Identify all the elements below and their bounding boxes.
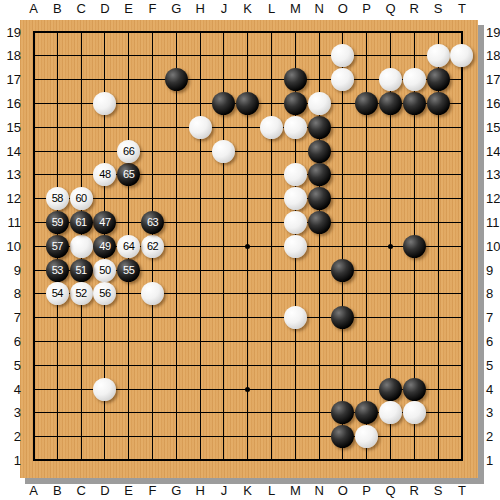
stone-M11-white[interactable] [284, 211, 307, 234]
stone-N14-black[interactable] [308, 140, 331, 163]
stone-move-number: 62 [147, 241, 158, 252]
col-label-top: C [71, 1, 91, 16]
col-label-bottom: E [119, 483, 139, 498]
stone-move-number: 48 [99, 169, 110, 180]
col-label-bottom: D [95, 483, 115, 498]
stone-D9-white[interactable]: 50 [93, 259, 116, 282]
stone-H15-white[interactable] [189, 116, 212, 139]
stone-move-number: 64 [123, 241, 134, 252]
stone-M7-white[interactable] [284, 306, 307, 329]
col-label-bottom: B [47, 483, 67, 498]
row-label-right: 15 [486, 120, 500, 135]
stone-R3-white[interactable] [403, 401, 426, 424]
col-label-top: E [119, 1, 139, 16]
stone-R4-black[interactable] [403, 378, 426, 401]
stone-N11-black[interactable] [308, 211, 331, 234]
row-label-right: 11 [486, 215, 500, 230]
col-label-bottom: L [262, 483, 282, 498]
row-label-left: 15 [0, 120, 21, 135]
stone-C12-white[interactable]: 60 [70, 187, 93, 210]
stone-move-number: 59 [52, 217, 63, 228]
row-label-right: 17 [486, 72, 500, 87]
stone-T18-white[interactable] [450, 44, 473, 67]
stone-M16-black[interactable] [284, 92, 307, 115]
star-point [388, 244, 393, 249]
row-label-right: 19 [486, 25, 500, 40]
stone-D10-black[interactable]: 49 [93, 235, 116, 258]
stone-move-number: 66 [123, 146, 134, 157]
row-label-left: 14 [0, 144, 21, 159]
stone-M13-white[interactable] [284, 163, 307, 186]
row-label-right: 16 [486, 96, 500, 111]
stone-M15-white[interactable] [284, 116, 307, 139]
stone-B12-white[interactable]: 58 [46, 187, 69, 210]
stone-B8-white[interactable]: 54 [46, 282, 69, 305]
stone-K16-black[interactable] [236, 92, 259, 115]
stone-M17-black[interactable] [284, 68, 307, 91]
stone-C8-white[interactable]: 52 [70, 282, 93, 305]
col-label-bottom: K [238, 483, 258, 498]
go-board: AABBCCDDEEFFGGHHJJKKLLMMNNOOPPQQRRSSTT19… [0, 0, 500, 500]
col-label-bottom: J [214, 483, 234, 498]
stone-move-number: 54 [52, 288, 63, 299]
stone-C11-black[interactable]: 61 [70, 211, 93, 234]
row-label-right: 7 [486, 310, 500, 325]
col-label-bottom: R [404, 483, 424, 498]
stone-move-number: 57 [52, 241, 63, 252]
stone-Q16-black[interactable] [379, 92, 402, 115]
row-label-left: 13 [0, 167, 21, 182]
stone-move-number: 63 [147, 217, 158, 228]
row-label-right: 5 [486, 358, 500, 373]
row-label-right: 12 [486, 191, 500, 206]
col-label-bottom: C [71, 483, 91, 498]
row-label-right: 4 [486, 382, 500, 397]
row-label-left: 2 [0, 429, 21, 444]
stone-F11-black[interactable]: 63 [141, 211, 164, 234]
col-label-top: L [262, 1, 282, 16]
row-label-left: 18 [0, 48, 21, 63]
stone-move-number: 52 [75, 288, 86, 299]
col-label-top: M [285, 1, 305, 16]
stone-move-number: 61 [75, 217, 86, 228]
col-label-bottom: Q [381, 483, 401, 498]
stone-move-number: 51 [75, 265, 86, 276]
row-label-left: 19 [0, 25, 21, 40]
stone-S16-black[interactable] [427, 92, 450, 115]
row-label-left: 7 [0, 310, 21, 325]
col-label-top: K [238, 1, 258, 16]
col-label-bottom: A [24, 483, 44, 498]
stone-M12-white[interactable] [284, 187, 307, 210]
col-label-bottom: T [452, 483, 472, 498]
stone-M10-white[interactable] [284, 235, 307, 258]
stone-B9-black[interactable]: 53 [46, 259, 69, 282]
board-layer: AABBCCDDEEFFGGHHJJKKLLMMNNOOPPQQRRSSTT19… [0, 0, 500, 500]
stone-N16-white[interactable] [308, 92, 331, 115]
row-label-left: 16 [0, 96, 21, 111]
row-label-right: 13 [486, 167, 500, 182]
stone-move-number: 47 [99, 217, 110, 228]
stone-N13-black[interactable] [308, 163, 331, 186]
stone-move-number: 53 [52, 265, 63, 276]
row-label-left: 5 [0, 358, 21, 373]
stone-E10-white[interactable]: 64 [117, 235, 140, 258]
row-label-left: 9 [0, 263, 21, 278]
stone-D4-white[interactable] [93, 378, 116, 401]
row-label-right: 2 [486, 429, 500, 444]
col-label-top: H [190, 1, 210, 16]
col-label-bottom: M [285, 483, 305, 498]
stone-N12-black[interactable] [308, 187, 331, 210]
col-label-top: T [452, 1, 472, 16]
stone-S18-white[interactable] [427, 44, 450, 67]
stone-move-number: 58 [52, 193, 63, 204]
row-label-right: 9 [486, 263, 500, 278]
col-label-bottom: O [333, 483, 353, 498]
row-label-left: 4 [0, 382, 21, 397]
col-label-bottom: F [143, 483, 163, 498]
row-label-left: 1 [0, 453, 21, 468]
col-label-top: P [357, 1, 377, 16]
col-label-bottom: P [357, 483, 377, 498]
row-label-right: 18 [486, 48, 500, 63]
stone-Q17-white[interactable] [379, 68, 402, 91]
stone-N15-black[interactable] [308, 116, 331, 139]
row-label-right: 1 [486, 453, 500, 468]
stone-B11-black[interactable]: 59 [46, 211, 69, 234]
col-label-bottom: H [190, 483, 210, 498]
row-label-right: 3 [486, 405, 500, 420]
stone-move-number: 55 [123, 265, 134, 276]
stone-O9-black[interactable] [331, 259, 354, 282]
stone-E14-white[interactable]: 66 [117, 140, 140, 163]
stone-move-number: 65 [123, 169, 134, 180]
col-label-bottom: N [309, 483, 329, 498]
row-label-left: 12 [0, 191, 21, 206]
stone-Q4-black[interactable] [379, 378, 402, 401]
stone-F10-white[interactable]: 62 [141, 235, 164, 258]
stone-R16-black[interactable] [403, 92, 426, 115]
col-label-top: B [47, 1, 67, 16]
stone-move-number: 49 [99, 241, 110, 252]
col-label-bottom: S [428, 483, 448, 498]
stone-L15-white[interactable] [260, 116, 283, 139]
row-label-right: 6 [486, 334, 500, 349]
col-label-top: R [404, 1, 424, 16]
row-label-left: 11 [0, 215, 21, 230]
row-label-left: 3 [0, 405, 21, 420]
row-label-left: 17 [0, 72, 21, 87]
stone-C9-black[interactable]: 51 [70, 259, 93, 282]
row-label-right: 14 [486, 144, 500, 159]
col-label-top: N [309, 1, 329, 16]
stone-S17-black[interactable] [427, 68, 450, 91]
stone-G17-black[interactable] [165, 68, 188, 91]
row-label-left: 8 [0, 286, 21, 301]
row-label-left: 6 [0, 334, 21, 349]
row-label-left: 10 [0, 239, 21, 254]
col-label-top: Q [381, 1, 401, 16]
stone-move-number: 56 [99, 288, 110, 299]
col-label-top: J [214, 1, 234, 16]
stone-R17-white[interactable] [403, 68, 426, 91]
row-label-right: 10 [486, 239, 500, 254]
col-label-top: F [143, 1, 163, 16]
stone-B10-black[interactable]: 57 [46, 235, 69, 258]
row-label-right: 8 [486, 286, 500, 301]
stone-E9-black[interactable]: 55 [117, 259, 140, 282]
stone-C10-white[interactable] [70, 235, 93, 258]
stone-J14-white[interactable] [212, 140, 235, 163]
col-label-top: A [24, 1, 44, 16]
star-point [245, 387, 250, 392]
stone-move-number: 60 [75, 193, 86, 204]
col-label-top: G [166, 1, 186, 16]
col-label-top: D [95, 1, 115, 16]
col-label-top: S [428, 1, 448, 16]
col-label-bottom: G [166, 483, 186, 498]
stone-R10-black[interactable] [403, 235, 426, 258]
star-point [245, 244, 250, 249]
stone-move-number: 50 [99, 265, 110, 276]
stone-P16-black[interactable] [355, 92, 378, 115]
col-label-top: O [333, 1, 353, 16]
